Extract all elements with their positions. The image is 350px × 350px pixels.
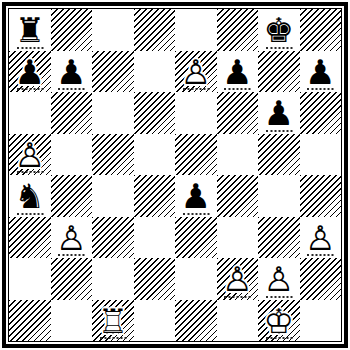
square-e7[interactable]: ♟♙ — [175, 51, 217, 93]
square-b7[interactable]: ♟♟ — [51, 51, 93, 93]
square-h7[interactable]: ♟♟ — [300, 51, 342, 93]
piece-ground-shadow — [265, 337, 292, 339]
piece-black-knight: ♞♞ — [9, 175, 51, 217]
piece-glyph: ♞ — [15, 179, 45, 213]
piece-glyph: ♙ — [264, 262, 294, 296]
square-f3[interactable] — [217, 217, 259, 259]
piece-black-pawn: ♟♟ — [217, 51, 259, 93]
piece-ground-shadow — [182, 213, 209, 215]
piece-white-rook: ♜♖ — [92, 300, 134, 342]
piece-black-pawn: ♟♟ — [9, 51, 51, 93]
square-c4[interactable] — [92, 175, 134, 217]
piece-white-pawn: ♟♙ — [300, 217, 342, 259]
piece-glyph: ♟ — [181, 179, 211, 213]
square-h5[interactable] — [300, 134, 342, 176]
square-h1[interactable] — [300, 300, 342, 342]
square-d2[interactable] — [134, 258, 176, 300]
square-d8[interactable] — [134, 9, 176, 51]
square-b2[interactable] — [51, 258, 93, 300]
piece-ground-shadow — [265, 47, 292, 49]
square-g8[interactable]: ♚♚ — [258, 9, 300, 51]
square-c5[interactable] — [92, 134, 134, 176]
square-e5[interactable] — [175, 134, 217, 176]
square-d1[interactable] — [134, 300, 176, 342]
square-d3[interactable] — [134, 217, 176, 259]
square-b6[interactable] — [51, 92, 93, 134]
square-g1[interactable]: ♚♔ — [258, 300, 300, 342]
piece-white-pawn: ♟♙ — [217, 258, 259, 300]
piece-glyph: ♟ — [222, 55, 252, 89]
piece-black-pawn: ♟♟ — [51, 51, 93, 93]
piece-glyph: ♙ — [222, 262, 252, 296]
piece-black-pawn: ♟♟ — [175, 175, 217, 217]
piece-black-rook: ♜♜ — [9, 9, 51, 51]
square-a2[interactable] — [9, 258, 51, 300]
square-e4[interactable]: ♟♟ — [175, 175, 217, 217]
square-c2[interactable] — [92, 258, 134, 300]
piece-white-pawn: ♟♙ — [258, 258, 300, 300]
piece-black-pawn: ♟♟ — [258, 92, 300, 134]
square-b1[interactable] — [51, 300, 93, 342]
square-c7[interactable] — [92, 51, 134, 93]
square-g4[interactable] — [258, 175, 300, 217]
square-c1[interactable]: ♜♖ — [92, 300, 134, 342]
square-g3[interactable] — [258, 217, 300, 259]
piece-glyph: ♙ — [15, 138, 45, 172]
piece-white-pawn: ♟♙ — [9, 134, 51, 176]
piece-ground-shadow — [265, 296, 292, 298]
piece-white-pawn: ♟♙ — [51, 217, 93, 259]
piece-glyph: ♟ — [264, 96, 294, 130]
piece-ground-shadow — [265, 130, 292, 132]
square-e8[interactable] — [175, 9, 217, 51]
board-inner-frame: ♜♜♚♚♟♟♟♟♟♙♟♟♟♟♟♟♟♙♞♞♟♟♟♙♟♙♟♙♟♙♜♖♚♔ — [8, 8, 342, 342]
piece-glyph: ♙ — [305, 221, 335, 255]
square-f7[interactable]: ♟♟ — [217, 51, 259, 93]
piece-ground-shadow — [224, 296, 251, 298]
square-f8[interactable] — [217, 9, 259, 51]
square-a5[interactable]: ♟♙ — [9, 134, 51, 176]
piece-ground-shadow — [307, 88, 334, 90]
square-g7[interactable] — [258, 51, 300, 93]
square-g6[interactable]: ♟♟ — [258, 92, 300, 134]
square-f4[interactable] — [217, 175, 259, 217]
piece-ground-shadow — [182, 88, 209, 90]
piece-glyph: ♟ — [56, 55, 86, 89]
piece-ground-shadow — [16, 213, 43, 215]
square-f5[interactable] — [217, 134, 259, 176]
square-g2[interactable]: ♟♙ — [258, 258, 300, 300]
square-h3[interactable]: ♟♙ — [300, 217, 342, 259]
piece-glyph: ♙ — [56, 221, 86, 255]
piece-black-king: ♚♚ — [258, 9, 300, 51]
piece-ground-shadow — [16, 171, 43, 173]
square-a7[interactable]: ♟♟ — [9, 51, 51, 93]
square-f2[interactable]: ♟♙ — [217, 258, 259, 300]
square-d6[interactable] — [134, 92, 176, 134]
piece-glyph: ♖ — [98, 304, 128, 338]
square-c6[interactable] — [92, 92, 134, 134]
square-f6[interactable] — [217, 92, 259, 134]
square-e2[interactable] — [175, 258, 217, 300]
square-a1[interactable] — [9, 300, 51, 342]
square-e6[interactable] — [175, 92, 217, 134]
square-a8[interactable]: ♜♜ — [9, 9, 51, 51]
square-b5[interactable] — [51, 134, 93, 176]
square-h4[interactable] — [300, 175, 342, 217]
piece-glyph: ♙ — [181, 55, 211, 89]
square-f1[interactable] — [217, 300, 259, 342]
square-h8[interactable] — [300, 9, 342, 51]
square-c3[interactable] — [92, 217, 134, 259]
piece-ground-shadow — [16, 47, 43, 49]
square-e3[interactable] — [175, 217, 217, 259]
piece-glyph: ♟ — [305, 55, 335, 89]
piece-glyph: ♟ — [15, 55, 45, 89]
square-a3[interactable] — [9, 217, 51, 259]
piece-white-pawn: ♟♙ — [175, 51, 217, 93]
board-outer-frame: ♜♜♚♚♟♟♟♟♟♙♟♟♟♟♟♟♟♙♞♞♟♟♟♙♟♙♟♙♟♙♜♖♚♔ — [2, 2, 348, 348]
square-h2[interactable] — [300, 258, 342, 300]
piece-ground-shadow — [16, 88, 43, 90]
square-g5[interactable] — [258, 134, 300, 176]
piece-glyph: ♜ — [15, 13, 45, 47]
piece-ground-shadow — [58, 88, 85, 90]
square-d5[interactable] — [134, 134, 176, 176]
piece-ground-shadow — [307, 254, 334, 256]
piece-black-pawn: ♟♟ — [300, 51, 342, 93]
square-e1[interactable] — [175, 300, 217, 342]
square-h6[interactable] — [300, 92, 342, 134]
square-b8[interactable] — [51, 9, 93, 51]
chess-board: ♜♜♚♚♟♟♟♟♟♙♟♟♟♟♟♟♟♙♞♞♟♟♟♙♟♙♟♙♟♙♜♖♚♔ — [9, 9, 341, 341]
piece-ground-shadow — [99, 337, 126, 339]
piece-glyph: ♚ — [264, 13, 294, 47]
piece-ground-shadow — [58, 254, 85, 256]
square-d4[interactable] — [134, 175, 176, 217]
square-a6[interactable] — [9, 92, 51, 134]
square-a4[interactable]: ♞♞ — [9, 175, 51, 217]
square-b4[interactable] — [51, 175, 93, 217]
piece-white-king: ♚♔ — [258, 300, 300, 342]
square-b3[interactable]: ♟♙ — [51, 217, 93, 259]
square-d7[interactable] — [134, 51, 176, 93]
square-c8[interactable] — [92, 9, 134, 51]
piece-glyph: ♔ — [264, 304, 294, 338]
chess-diagram: ♜♜♚♚♟♟♟♟♟♙♟♟♟♟♟♟♟♙♞♞♟♟♟♙♟♙♟♙♟♙♜♖♚♔ — [0, 0, 350, 350]
piece-ground-shadow — [224, 88, 251, 90]
